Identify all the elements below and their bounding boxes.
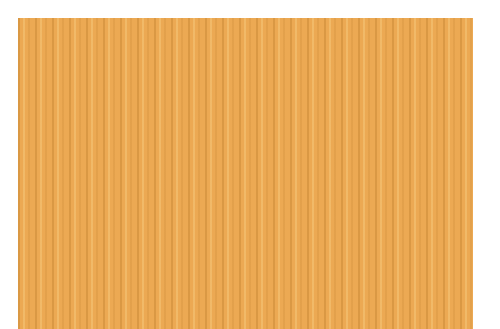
board-grid	[18, 18, 473, 329]
board-edge-shadow	[473, 18, 481, 329]
go-app-screen	[0, 0, 500, 329]
go-board[interactable]	[18, 18, 473, 329]
